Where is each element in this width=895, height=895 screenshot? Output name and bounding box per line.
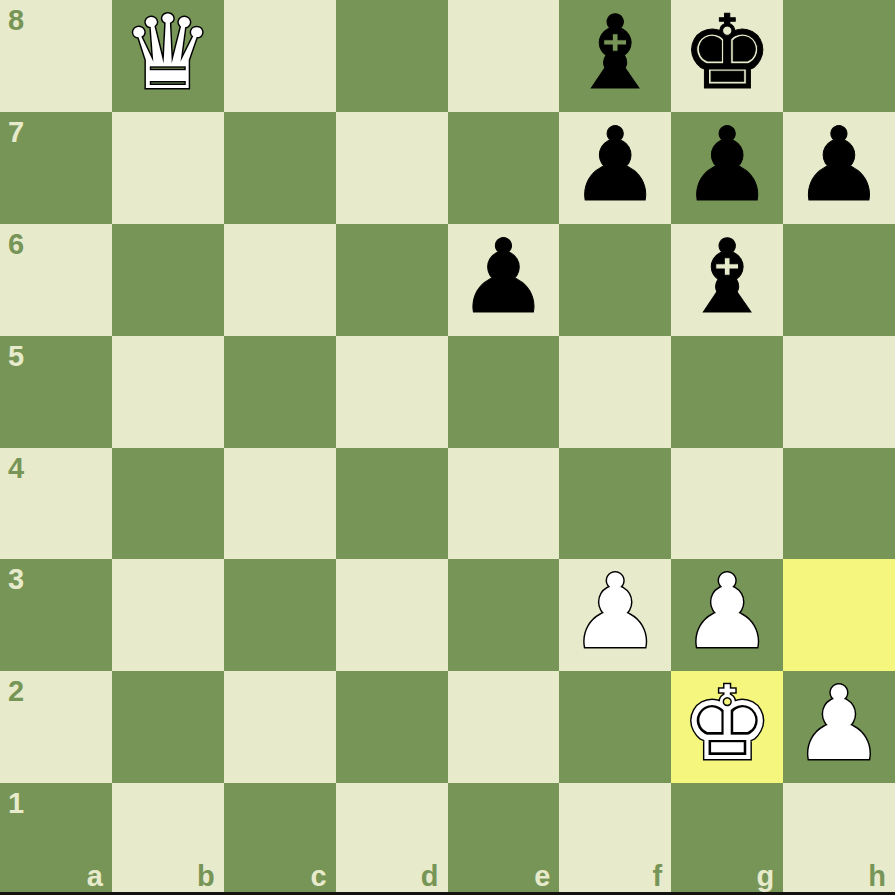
square-h7[interactable]: ♟ xyxy=(783,112,895,224)
square-h4[interactable] xyxy=(783,448,895,560)
square-f8[interactable]: ♝ xyxy=(559,0,671,112)
square-b5[interactable] xyxy=(112,336,224,448)
rank-label-3: 3 xyxy=(8,565,24,594)
piece-black-pawn-f7[interactable]: ♟ xyxy=(570,114,661,216)
square-f2[interactable] xyxy=(559,671,671,783)
piece-black-king-g8[interactable]: ♚ xyxy=(681,2,772,104)
piece-white-queen-b8[interactable]: ♛ xyxy=(122,2,213,104)
rank-label-2: 2 xyxy=(8,677,24,706)
square-d6[interactable] xyxy=(336,224,448,336)
file-label-c: c xyxy=(310,862,326,891)
square-g6[interactable]: ♝ xyxy=(671,224,783,336)
square-g1[interactable]: g xyxy=(671,783,783,895)
rank-label-6: 6 xyxy=(8,230,24,259)
file-label-e: e xyxy=(534,862,550,891)
piece-black-bishop-g6[interactable]: ♝ xyxy=(681,226,772,328)
square-h6[interactable] xyxy=(783,224,895,336)
square-a3[interactable]: 3 xyxy=(0,559,112,671)
piece-white-pawn-h2[interactable]: ♟ xyxy=(793,673,884,775)
piece-black-pawn-e6[interactable]: ♟ xyxy=(458,226,549,328)
square-e8[interactable] xyxy=(448,0,560,112)
square-g5[interactable] xyxy=(671,336,783,448)
square-f5[interactable] xyxy=(559,336,671,448)
file-label-b: b xyxy=(197,862,215,891)
square-e4[interactable] xyxy=(448,448,560,560)
square-c6[interactable] xyxy=(224,224,336,336)
square-f7[interactable]: ♟ xyxy=(559,112,671,224)
rank-label-1: 1 xyxy=(8,789,24,818)
square-d7[interactable] xyxy=(336,112,448,224)
square-a7[interactable]: 7 xyxy=(0,112,112,224)
chess-board: 8♛♝♚7♟♟♟6♟♝543♟♟2♚♟1abcdefgh xyxy=(0,0,895,895)
square-b1[interactable]: b xyxy=(112,783,224,895)
file-label-h: h xyxy=(868,862,886,891)
piece-white-pawn-g3[interactable]: ♟ xyxy=(681,561,772,663)
square-c8[interactable] xyxy=(224,0,336,112)
piece-black-pawn-g7[interactable]: ♟ xyxy=(681,114,772,216)
square-c7[interactable] xyxy=(224,112,336,224)
chess-board-wrap: 8♛♝♚7♟♟♟6♟♝543♟♟2♚♟1abcdefgh xyxy=(0,0,895,895)
square-h1[interactable]: h xyxy=(783,783,895,895)
file-label-f: f xyxy=(653,862,663,891)
piece-black-bishop-f8[interactable]: ♝ xyxy=(570,2,661,104)
square-g2[interactable]: ♚ xyxy=(671,671,783,783)
square-e7[interactable] xyxy=(448,112,560,224)
square-a6[interactable]: 6 xyxy=(0,224,112,336)
square-f1[interactable]: f xyxy=(559,783,671,895)
piece-white-king-g2[interactable]: ♚ xyxy=(681,673,772,775)
square-e6[interactable]: ♟ xyxy=(448,224,560,336)
square-a4[interactable]: 4 xyxy=(0,448,112,560)
square-d8[interactable] xyxy=(336,0,448,112)
square-a5[interactable]: 5 xyxy=(0,336,112,448)
square-e2[interactable] xyxy=(448,671,560,783)
rank-label-7: 7 xyxy=(8,118,24,147)
square-c2[interactable] xyxy=(224,671,336,783)
square-a1[interactable]: 1a xyxy=(0,783,112,895)
rank-label-5: 5 xyxy=(8,342,24,371)
square-d1[interactable]: d xyxy=(336,783,448,895)
file-label-a: a xyxy=(87,862,103,891)
square-c1[interactable]: c xyxy=(224,783,336,895)
square-h2[interactable]: ♟ xyxy=(783,671,895,783)
square-f6[interactable] xyxy=(559,224,671,336)
piece-white-pawn-f3[interactable]: ♟ xyxy=(570,561,661,663)
square-c4[interactable] xyxy=(224,448,336,560)
square-e1[interactable]: e xyxy=(448,783,560,895)
square-h8[interactable] xyxy=(783,0,895,112)
square-b6[interactable] xyxy=(112,224,224,336)
square-d3[interactable] xyxy=(336,559,448,671)
file-label-d: d xyxy=(421,862,439,891)
square-e3[interactable] xyxy=(448,559,560,671)
file-label-g: g xyxy=(756,862,774,891)
square-h5[interactable] xyxy=(783,336,895,448)
square-g4[interactable] xyxy=(671,448,783,560)
square-d2[interactable] xyxy=(336,671,448,783)
piece-black-pawn-h7[interactable]: ♟ xyxy=(793,114,884,216)
square-f4[interactable] xyxy=(559,448,671,560)
square-d4[interactable] xyxy=(336,448,448,560)
square-g8[interactable]: ♚ xyxy=(671,0,783,112)
square-c5[interactable] xyxy=(224,336,336,448)
square-b4[interactable] xyxy=(112,448,224,560)
rank-label-8: 8 xyxy=(8,6,24,35)
square-a8[interactable]: 8 xyxy=(0,0,112,112)
square-b3[interactable] xyxy=(112,559,224,671)
rank-label-4: 4 xyxy=(8,454,24,483)
square-f3[interactable]: ♟ xyxy=(559,559,671,671)
square-b2[interactable] xyxy=(112,671,224,783)
square-b7[interactable] xyxy=(112,112,224,224)
square-b8[interactable]: ♛ xyxy=(112,0,224,112)
square-d5[interactable] xyxy=(336,336,448,448)
square-h3[interactable] xyxy=(783,559,895,671)
square-g7[interactable]: ♟ xyxy=(671,112,783,224)
square-a2[interactable]: 2 xyxy=(0,671,112,783)
square-c3[interactable] xyxy=(224,559,336,671)
square-e5[interactable] xyxy=(448,336,560,448)
square-g3[interactable]: ♟ xyxy=(671,559,783,671)
